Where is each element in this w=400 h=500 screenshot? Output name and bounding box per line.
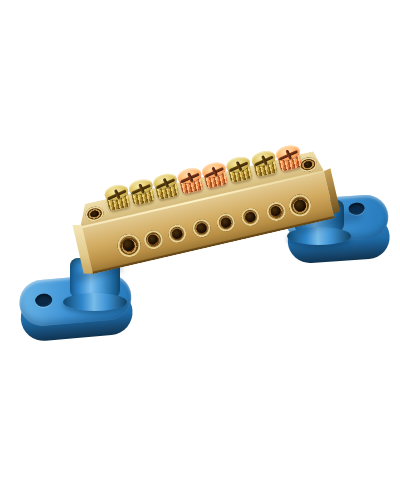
left-stand-mounting-hole (34, 293, 52, 307)
product-photo (0, 0, 400, 500)
